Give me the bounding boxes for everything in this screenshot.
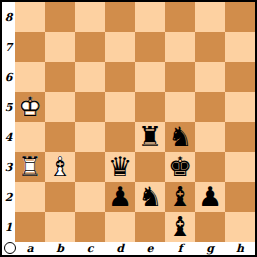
square-c4[interactable] [75,122,105,152]
file-label-e: e [135,242,165,255]
square-e4[interactable]: ♜ [135,122,165,152]
square-d4[interactable] [105,122,135,152]
rank-label-7: 7 [2,32,15,62]
square-c7[interactable] [75,32,105,62]
rank-label-8: 8 [2,2,15,32]
square-c6[interactable] [75,62,105,92]
white-to-move-indicator [4,242,16,254]
rank-labels: 8 7 6 5 4 3 2 1 [2,2,15,242]
square-d6[interactable] [105,62,135,92]
square-b6[interactable] [45,62,75,92]
file-label-g: g [195,242,225,255]
file-labels: a b c d e f g h [15,242,255,255]
square-b3[interactable]: ♝♗ [45,152,75,182]
square-a5[interactable]: ♚♔ [15,92,45,122]
rank-label-2: 2 [2,182,15,212]
piece-black-knight[interactable]: ♞ [165,122,195,152]
square-h1[interactable] [225,212,255,242]
square-e8[interactable] [135,2,165,32]
square-f8[interactable] [165,2,195,32]
square-f7[interactable] [165,32,195,62]
square-e5[interactable] [135,92,165,122]
piece-black-knight[interactable]: ♞ [135,182,165,212]
rank-label-1: 1 [2,212,15,242]
piece-white-rook[interactable]: ♖ [15,152,45,182]
square-h8[interactable] [225,2,255,32]
square-f6[interactable] [165,62,195,92]
square-d2[interactable]: ♟ [105,182,135,212]
square-g8[interactable] [195,2,225,32]
square-d1[interactable] [105,212,135,242]
square-d5[interactable] [105,92,135,122]
square-c3[interactable] [75,152,105,182]
piece-black-king[interactable]: ♚ [165,152,195,182]
piece-black-rook[interactable]: ♜ [135,122,165,152]
file-label-b: b [45,242,75,255]
square-h4[interactable] [225,122,255,152]
square-g7[interactable] [195,32,225,62]
square-h6[interactable] [225,62,255,92]
square-g4[interactable] [195,122,225,152]
square-a8[interactable] [15,2,45,32]
chess-board: ♚♔♜♞♜♖♝♗♛♚♟♞♝♟♝ [15,2,255,242]
square-g1[interactable] [195,212,225,242]
square-e7[interactable] [135,32,165,62]
square-g5[interactable] [195,92,225,122]
rank-label-5: 5 [2,92,15,122]
square-a1[interactable] [15,212,45,242]
piece-white-king[interactable]: ♔ [15,92,45,122]
square-d7[interactable] [105,32,135,62]
square-b1[interactable] [45,212,75,242]
square-f4[interactable]: ♞ [165,122,195,152]
square-d3[interactable]: ♛ [105,152,135,182]
piece-black-pawn[interactable]: ♟ [195,182,225,212]
rank-label-6: 6 [2,62,15,92]
chess-diagram: 8 7 6 5 4 3 2 1 ♚♔♜♞♜♖♝♗♛♚♟♞♝♟♝ a b c d … [0,0,257,257]
piece-white-king-fill: ♚ [15,92,45,122]
piece-black-bishop[interactable]: ♝ [165,182,195,212]
rank-label-3: 3 [2,152,15,182]
piece-black-bishop[interactable]: ♝ [165,212,195,242]
square-b7[interactable] [45,32,75,62]
rank-label-4: 4 [2,122,15,152]
square-b4[interactable] [45,122,75,152]
square-c1[interactable] [75,212,105,242]
square-c2[interactable] [75,182,105,212]
square-f3[interactable]: ♚ [165,152,195,182]
square-b5[interactable] [45,92,75,122]
square-f1[interactable]: ♝ [165,212,195,242]
square-e1[interactable] [135,212,165,242]
file-label-f: f [165,242,195,255]
square-b8[interactable] [45,2,75,32]
square-e2[interactable]: ♞ [135,182,165,212]
piece-white-bishop[interactable]: ♗ [45,152,75,182]
square-a6[interactable] [15,62,45,92]
square-a7[interactable] [15,32,45,62]
square-e3[interactable] [135,152,165,182]
square-g6[interactable] [195,62,225,92]
square-e6[interactable] [135,62,165,92]
piece-white-rook-fill: ♜ [15,152,45,182]
square-h5[interactable] [225,92,255,122]
square-a3[interactable]: ♜♖ [15,152,45,182]
square-g2[interactable]: ♟ [195,182,225,212]
square-a2[interactable] [15,182,45,212]
square-c5[interactable] [75,92,105,122]
piece-black-pawn[interactable]: ♟ [105,182,135,212]
square-b2[interactable] [45,182,75,212]
file-label-a: a [15,242,45,255]
piece-black-queen[interactable]: ♛ [105,152,135,182]
file-label-d: d [105,242,135,255]
square-h3[interactable] [225,152,255,182]
piece-white-bishop-fill: ♝ [45,152,75,182]
file-label-h: h [225,242,255,255]
square-a4[interactable] [15,122,45,152]
square-d8[interactable] [105,2,135,32]
file-label-c: c [75,242,105,255]
square-g3[interactable] [195,152,225,182]
square-f2[interactable]: ♝ [165,182,195,212]
square-h2[interactable] [225,182,255,212]
square-h7[interactable] [225,32,255,62]
square-c8[interactable] [75,2,105,32]
square-f5[interactable] [165,92,195,122]
